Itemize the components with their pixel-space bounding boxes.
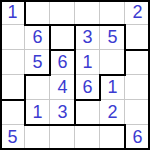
cell-r1c6[interactable]: 2 bbox=[125, 0, 150, 25]
cell-r3c5[interactable] bbox=[100, 50, 125, 75]
cell-r6c4[interactable] bbox=[75, 125, 100, 150]
cell-r5c3[interactable]: 3 bbox=[50, 100, 75, 125]
region-border-segment bbox=[74, 24, 76, 51]
cell-r6c5[interactable] bbox=[100, 125, 125, 150]
cell-r2c3[interactable] bbox=[50, 25, 75, 50]
region-border-segment bbox=[124, 24, 126, 51]
cell-r4c4[interactable]: 6 bbox=[75, 75, 100, 100]
region-border-segment bbox=[74, 49, 76, 76]
region-border-segment bbox=[49, 124, 76, 126]
region-border-segment bbox=[124, 49, 150, 51]
region-border-segment bbox=[74, 24, 101, 26]
cell-r5c2[interactable]: 1 bbox=[25, 100, 50, 125]
cell-r4c1[interactable] bbox=[0, 75, 25, 100]
cell-r5c1[interactable] bbox=[0, 100, 25, 125]
cell-r5c6[interactable] bbox=[125, 100, 150, 125]
region-border-segment bbox=[74, 99, 76, 126]
region-border-segment bbox=[49, 49, 51, 76]
cell-r1c1[interactable]: 1 bbox=[0, 0, 25, 25]
cell-r2c6[interactable] bbox=[125, 25, 150, 50]
cell-r1c2[interactable] bbox=[25, 0, 50, 25]
cell-r1c3[interactable] bbox=[50, 0, 75, 25]
cell-r6c6[interactable]: 6 bbox=[125, 125, 150, 150]
cell-r2c4[interactable]: 3 bbox=[75, 25, 100, 50]
region-border-segment bbox=[24, 74, 51, 76]
cell-r3c6[interactable] bbox=[125, 50, 150, 75]
region-border-segment bbox=[49, 49, 76, 51]
cell-r5c5[interactable]: 2 bbox=[100, 100, 125, 125]
region-border-segment bbox=[0, 99, 26, 101]
region-border-segment bbox=[24, 0, 26, 26]
cell-r3c2[interactable]: 5 bbox=[25, 50, 50, 75]
cell-r3c4[interactable]: 1 bbox=[75, 50, 100, 75]
region-border-segment bbox=[124, 124, 126, 150]
cell-r5c4[interactable] bbox=[75, 100, 100, 125]
cell-r2c5[interactable]: 5 bbox=[100, 25, 125, 50]
region-border-segment bbox=[24, 99, 26, 126]
cell-r3c3[interactable]: 6 bbox=[50, 50, 75, 75]
region-border-segment bbox=[74, 124, 101, 126]
cell-r4c3[interactable]: 4 bbox=[50, 75, 75, 100]
region-border-segment bbox=[24, 74, 26, 101]
region-border-segment bbox=[99, 74, 126, 76]
region-border-segment bbox=[99, 24, 126, 26]
region-border-segment bbox=[99, 124, 126, 126]
cell-r4c6[interactable] bbox=[125, 75, 150, 100]
cell-r6c2[interactable] bbox=[25, 125, 50, 150]
region-border-segment bbox=[124, 49, 126, 76]
region-border-segment bbox=[24, 124, 51, 126]
cell-r6c3[interactable] bbox=[50, 125, 75, 150]
region-border-segment bbox=[74, 74, 76, 101]
cell-r1c4[interactable] bbox=[75, 0, 100, 25]
cell-r2c1[interactable] bbox=[0, 25, 25, 50]
cell-r4c5[interactable]: 1 bbox=[100, 75, 125, 100]
cell-r6c1[interactable]: 5 bbox=[0, 125, 25, 150]
cell-r1c5[interactable] bbox=[100, 0, 125, 25]
cell-r4c2[interactable] bbox=[25, 75, 50, 100]
region-border-segment bbox=[99, 74, 101, 101]
region-border-segment bbox=[24, 24, 51, 26]
cell-r3c1[interactable] bbox=[0, 50, 25, 75]
cell-r2c2[interactable]: 6 bbox=[25, 25, 50, 50]
region-border-segment bbox=[74, 99, 101, 101]
region-border-segment bbox=[49, 24, 51, 51]
puzzle-board: 1263556146113256 bbox=[0, 0, 150, 150]
region-border-segment bbox=[49, 24, 76, 26]
